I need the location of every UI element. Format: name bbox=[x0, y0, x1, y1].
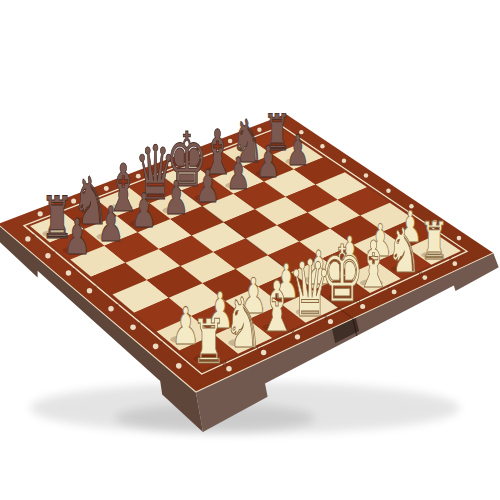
piece-black-pawn-g7: ♟ bbox=[256, 137, 280, 186]
piece-black-pawn-f7: ♟ bbox=[226, 148, 251, 200]
piece-black-pawn-h7: ♟ bbox=[286, 125, 310, 174]
frame-stud bbox=[45, 253, 50, 258]
piece-white-rook-h1: ♜ bbox=[420, 210, 449, 270]
frame-stud bbox=[66, 270, 71, 275]
frame-stud bbox=[176, 363, 182, 369]
piece-black-pawn-a7: ♟ bbox=[63, 209, 91, 267]
piece-white-knight-g1: ♞ bbox=[387, 215, 421, 287]
frame-stud bbox=[342, 159, 346, 163]
piece-white-rook-a1: ♜ bbox=[192, 306, 226, 377]
product-photo: HGFEDCBA12345678♜♞♟♝♟♚♟♛♟♝♟♞♟♜♟♟♟♟♜♟♞♟♝♟… bbox=[0, 0, 500, 500]
piece-white-knight-b1: ♞ bbox=[224, 282, 263, 364]
piece-black-pawn-e7: ♟ bbox=[195, 159, 220, 212]
frame-stud bbox=[392, 289, 397, 294]
frame-stud bbox=[153, 344, 159, 350]
frame-stud bbox=[364, 173, 368, 177]
frame-stud bbox=[320, 144, 324, 148]
piece-white-bishop-c1: ♝ bbox=[258, 266, 297, 348]
frame-stud bbox=[25, 236, 30, 241]
piece-black-pawn-c7: ♟ bbox=[131, 183, 157, 238]
frame-stud bbox=[87, 288, 92, 293]
frame-stud bbox=[422, 275, 427, 280]
frame-stud bbox=[452, 261, 457, 266]
frame-stud bbox=[386, 188, 391, 193]
frame-stud bbox=[457, 236, 462, 241]
frame-stud bbox=[108, 306, 114, 312]
chess-board: HGFEDCBA12345678♜♞♟♝♟♚♟♛♟♝♟♞♟♜♟♟♟♟♜♟♞♟♝♟… bbox=[0, 0, 500, 500]
piece-black-pawn-d7: ♟ bbox=[163, 171, 189, 225]
frame-stud bbox=[130, 325, 136, 331]
piece-black-pawn-b7: ♟ bbox=[97, 196, 124, 251]
